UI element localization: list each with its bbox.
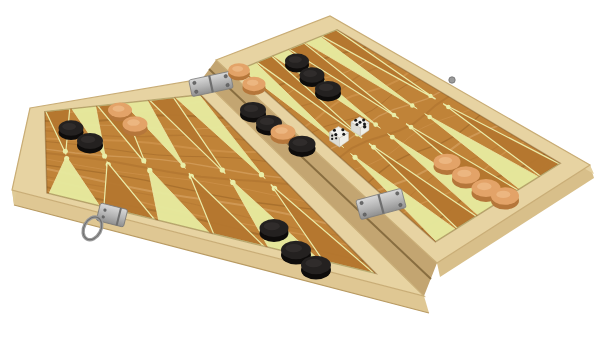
point-tip-dot	[410, 103, 414, 107]
checker-tan[interactable]	[491, 187, 519, 209]
point-tip-dot	[141, 158, 146, 163]
checker-tan[interactable]	[228, 63, 250, 80]
checker-tan[interactable]	[243, 77, 266, 95]
backgammon-board	[0, 0, 600, 354]
product-photo-canvas	[0, 0, 600, 354]
point-tip-dot	[220, 167, 225, 172]
checker-black[interactable]	[260, 219, 289, 242]
latch-catch-pin	[449, 77, 455, 83]
point-tip-dot	[373, 122, 378, 127]
checker-black[interactable]	[289, 136, 316, 157]
checker-tan[interactable]	[123, 116, 148, 136]
point-tip-dot	[180, 163, 185, 168]
point-tip-dot	[63, 149, 68, 154]
checker-black[interactable]	[77, 133, 103, 154]
point-tip-dot	[428, 94, 432, 98]
point-tip-dot	[102, 153, 107, 158]
checker-black[interactable]	[301, 256, 331, 280]
point-tip-dot	[259, 172, 264, 177]
checker-black[interactable]	[315, 81, 341, 102]
point-tip-dot	[392, 113, 397, 118]
